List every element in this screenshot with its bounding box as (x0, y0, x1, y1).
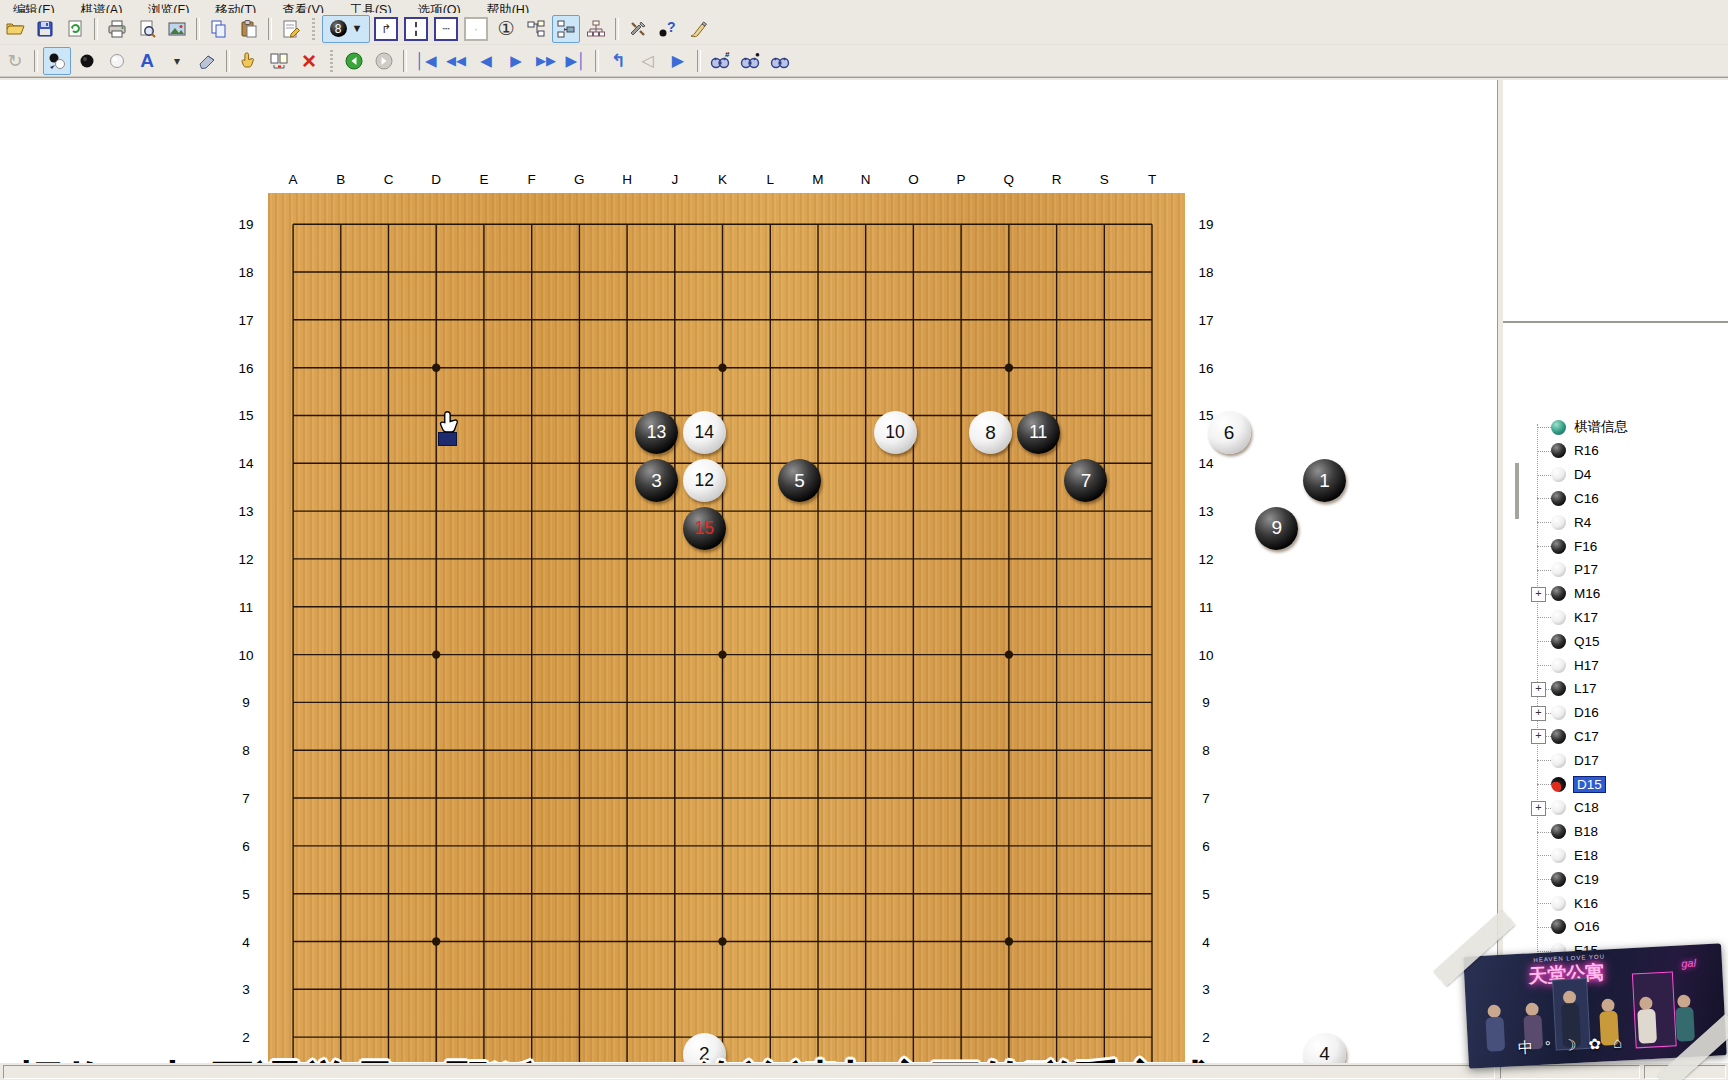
white-stone-icon (1551, 800, 1566, 815)
stone-d17[interactable]: 14 (683, 411, 726, 454)
toolbar-grip[interactable] (312, 18, 315, 40)
forward-circle-button-icon (374, 51, 394, 71)
white-stone-icon (1551, 467, 1566, 482)
coordinate-label: 14 (1198, 456, 1213, 471)
coordinate-label: 13 (238, 504, 253, 519)
coordinate-label: B (336, 172, 345, 187)
coordinate-label: 10 (1198, 647, 1213, 662)
tree-guide-line (1537, 546, 1551, 547)
tree-item-e18[interactable]: E18 (1551, 844, 1598, 866)
redo-button[interactable]: ↻ (1, 47, 29, 75)
move-number-value: 8 (330, 20, 347, 37)
stone-m16[interactable]: 7 (1064, 459, 1107, 502)
stone-d16[interactable]: 12 (683, 459, 726, 502)
tree-item-label: 棋谱信息 (1574, 418, 1628, 436)
auto-play-back-button[interactable]: ◁ (634, 47, 662, 75)
black-stone-tool-icon (77, 51, 97, 71)
copy-button[interactable] (205, 15, 233, 43)
pan-tool[interactable] (235, 47, 263, 75)
tree-item-c18[interactable]: C18 (1551, 797, 1599, 819)
tree-item-d16[interactable]: D16 (1551, 702, 1599, 724)
coordinate-label: 3 (242, 982, 250, 997)
nav-fast-back-button[interactable]: ◀◀ (442, 47, 470, 75)
coordinate-label: E (479, 172, 488, 187)
coordinate-label: 5 (1202, 886, 1210, 901)
save-button-icon (35, 19, 55, 39)
stone-c17[interactable]: 13 (635, 411, 678, 454)
coordinate-label: 9 (242, 695, 250, 710)
tree-guide-line (1537, 927, 1551, 928)
tree-guide-line (1537, 498, 1551, 499)
nav-back-button-icon: ◀ (480, 53, 492, 68)
work-area: 123456789101112131415 AABBCCDDEEFFGGHHJJ… (0, 77, 1728, 1063)
coordinate-label: 19 (1198, 217, 1213, 232)
board-pane[interactable]: 123456789101112131415 AABBCCDDEEFFGGHHJJ… (0, 80, 1497, 1063)
nav-fast-back-button-icon: ◀◀ (446, 54, 466, 67)
coordinate-label: K (718, 172, 727, 187)
nav-first-button-icon: │◀ (416, 53, 437, 68)
tree-guide-line (1537, 522, 1551, 523)
tree-item-label: B18 (1574, 824, 1598, 839)
svg-text:●: ● (755, 51, 760, 59)
tree-item-label: L17 (1574, 681, 1597, 696)
tree-item-label: P17 (1574, 562, 1598, 577)
black-stone-icon (1551, 919, 1566, 934)
white-stone-icon (1551, 896, 1566, 911)
tree-item-label: C19 (1574, 872, 1599, 887)
tree-item-o16[interactable]: O16 (1551, 916, 1600, 938)
nav-first-button[interactable]: │◀ (412, 47, 440, 75)
tree-item-q15[interactable]: Q15 (1551, 630, 1600, 652)
export-image-button[interactable] (163, 15, 191, 43)
coordinate-label: 6 (242, 838, 250, 853)
status-cell (3, 1065, 1495, 1079)
white-stone-icon (1551, 848, 1566, 863)
toolbar-separator (697, 50, 701, 72)
coordinate-label: 9 (1202, 695, 1210, 710)
go-editor-window: 编辑(E)棋谱(A)浏览(F)移动(T)查看(V)工具(S)选项(O)帮助(H)… (0, 0, 1728, 1080)
coordinate-label: 5 (242, 886, 250, 901)
svg-text:?: ? (667, 19, 676, 35)
toolbar-separator (94, 18, 98, 40)
coordinate-label: 2 (242, 1030, 250, 1045)
reload-sgf-button-icon (65, 19, 85, 39)
coordinate-label: L (766, 172, 774, 187)
show-next-move-button[interactable]: ↱ (372, 15, 400, 43)
coordinate-label: 12 (238, 551, 253, 566)
show-variation-button-icon (404, 17, 428, 41)
move-number: 5 (794, 470, 805, 492)
toolbar-separator (615, 18, 619, 40)
move-number: 9 (1272, 517, 1283, 539)
coordinate-label: D (431, 172, 441, 187)
nav-forward-button[interactable]: ▶ (502, 47, 530, 75)
move-number: 13 (647, 422, 666, 443)
menu-item[interactable]: 浏览(F) (135, 2, 202, 13)
black-stone-icon (1551, 491, 1566, 506)
coordinate-label: 17 (238, 312, 253, 327)
nav-back-button[interactable]: ◀ (472, 47, 500, 75)
coordinate-label: 7 (1202, 791, 1210, 806)
nav-last-button-icon: ▶│ (566, 53, 587, 68)
tree-guide-line (1537, 760, 1551, 761)
tree-item-r4[interactable]: R4 (1551, 511, 1591, 533)
move-number: 3 (651, 470, 662, 492)
find-button[interactable] (766, 47, 794, 75)
coordinate-label: 2 (1202, 1030, 1210, 1045)
black-stone-icon (1551, 824, 1566, 839)
tree-item-label: E18 (1574, 848, 1598, 863)
white-stone-icon (1551, 562, 1566, 577)
coordinate-label: 10 (238, 647, 253, 662)
coordinate-label: O (908, 172, 919, 187)
toolbar-separator (196, 18, 200, 40)
game-info-pane (1503, 80, 1728, 323)
tree-guide-line (1537, 475, 1551, 476)
copy-button-icon (209, 19, 229, 39)
tree-expand-button[interactable]: + (1531, 729, 1546, 744)
dropdown-caret-icon: ▼ (352, 23, 363, 34)
tree-item-r16[interactable]: R16 (1551, 440, 1599, 462)
white-stone-icon (1551, 515, 1566, 530)
menu-item[interactable]: 工具(S) (337, 2, 405, 13)
stone-q15[interactable]: 9 (1255, 507, 1298, 550)
status-cell (1500, 1065, 1640, 1079)
play-stone-tool[interactable] (43, 47, 71, 75)
play-stone-tool-icon (47, 51, 67, 71)
find-point-button[interactable]: ● (736, 47, 764, 75)
tree-item-label: D17 (1574, 753, 1599, 768)
coordinate-label: M (812, 172, 823, 187)
coordinate-label: 3 (1202, 982, 1210, 997)
stone-l17[interactable]: 11 (1017, 411, 1060, 454)
goban[interactable]: 123456789101112131415 (268, 193, 1185, 1063)
tree-guide-line (1537, 832, 1551, 833)
tree-layout-button[interactable] (582, 15, 610, 43)
tree-guide-line (1537, 451, 1551, 452)
tree-item-label: H17 (1574, 658, 1599, 673)
edit-brush-button[interactable] (684, 15, 712, 43)
eraser-tool-icon (197, 51, 217, 71)
tree-item-d4[interactable]: D4 (1551, 464, 1591, 486)
white-stone-icon (1551, 610, 1566, 625)
black-stone-icon (1551, 443, 1566, 458)
tree-item-d15[interactable]: D15 (1551, 773, 1606, 795)
show-next-move-button-icon: ↱ (374, 17, 398, 41)
tree-item-game-info[interactable]: 棋谱信息 (1551, 416, 1628, 438)
menu-item[interactable]: 查看(V) (269, 2, 337, 13)
toolbar-separator (595, 50, 599, 72)
tree-item-label: D16 (1574, 705, 1599, 720)
tree-item-c17[interactable]: C17 (1551, 725, 1599, 747)
paste-button-icon (239, 19, 259, 39)
coordinate-label: 7 (242, 791, 250, 806)
coordinate-label: 17 (1198, 312, 1213, 327)
tree-insert-button[interactable] (552, 15, 580, 43)
save-button[interactable] (31, 15, 59, 43)
move-number: 15 (694, 518, 713, 539)
auto-play-back-button-icon: ◁ (642, 53, 654, 69)
tree-item-c16[interactable]: C16 (1551, 487, 1599, 509)
tree-item-label: R16 (1574, 443, 1599, 458)
reload-sgf-button[interactable] (61, 15, 89, 43)
label-tool[interactable]: A (133, 47, 161, 75)
move-number: 4 (1319, 1043, 1330, 1063)
tree-item-k16[interactable]: K16 (1551, 892, 1598, 914)
tools-button[interactable] (624, 15, 652, 43)
toolbar-separator (34, 50, 38, 72)
move-number: 1 (1319, 470, 1330, 492)
move-number-display-button[interactable]: 8▼ (322, 15, 370, 43)
menu-item[interactable]: 选项(O) (405, 2, 474, 13)
coordinate-label: P (957, 172, 966, 187)
coordinate-label: J (671, 172, 678, 187)
tree-item-k17[interactable]: K17 (1551, 606, 1598, 628)
current-move-icon (1551, 777, 1566, 792)
tree-guide-line (1537, 427, 1551, 428)
pan-tool-icon (239, 51, 259, 71)
number-one-button-icon: ① (497, 19, 514, 38)
toolbar-grip[interactable] (330, 50, 333, 72)
coordinate-label: 4 (242, 934, 250, 949)
show-marks-button-icon: · (464, 17, 488, 41)
menu-item[interactable]: 棋谱(A) (68, 2, 136, 13)
tree-expand-button[interactable]: + (1531, 801, 1546, 816)
coordinate-label: 16 (238, 360, 253, 375)
open-file-button-icon (5, 19, 25, 39)
stone-r4[interactable]: 4 (1303, 1033, 1346, 1063)
context-help-button-icon: ? (658, 19, 678, 39)
tree-item-f16[interactable]: F16 (1551, 535, 1597, 557)
edit-brush-button-icon (688, 19, 708, 39)
tree-guide-line (1537, 903, 1551, 904)
tree-item-label: K17 (1574, 610, 1598, 625)
coordinate-label: R (1052, 172, 1062, 187)
copy-variation-button-icon (269, 51, 289, 71)
coordinate-label: 15 (238, 408, 253, 423)
coordinate-label: H (622, 172, 632, 187)
delete-move-button-icon: × (302, 49, 316, 73)
cursor-hand-icon (438, 410, 462, 440)
tree-item-label: M16 (1574, 586, 1600, 601)
paste-button[interactable] (235, 15, 263, 43)
white-stone-icon (1551, 658, 1566, 673)
show-sibling-button-icon: ┄ (434, 17, 458, 41)
coordinate-label: A (289, 172, 298, 187)
show-variation-button[interactable] (402, 15, 430, 43)
white-stone-tool[interactable] (103, 47, 131, 75)
game-info-icon (1551, 420, 1566, 435)
auto-play-button[interactable]: ▶ (664, 47, 692, 75)
white-stone-icon (1551, 753, 1566, 768)
forward-circle-button[interactable] (370, 47, 398, 75)
menu-item[interactable]: 编辑(E) (0, 2, 68, 13)
tree-guide-line (1537, 855, 1551, 856)
find-move-number-button[interactable]: # (706, 47, 734, 75)
banner-text: 招收1对1网课学员（野狐1-8d)，咨询请加主页的联系方式 (16, 1052, 1215, 1063)
tree-guide-line (1537, 570, 1551, 571)
coordinate-label: 11 (239, 599, 253, 614)
tree-view-button-icon (526, 19, 546, 39)
coordinate-label: 18 (238, 265, 253, 280)
tree-item-label: D4 (1574, 467, 1591, 482)
menu-bar: 编辑(E)棋谱(A)浏览(F)移动(T)查看(V)工具(S)选项(O)帮助(H) (0, 0, 1728, 13)
stone-f16[interactable]: 5 (778, 459, 821, 502)
menu-item[interactable]: 移动(T) (202, 2, 269, 13)
move-number: 6 (1224, 422, 1235, 444)
toolbar-separator (226, 50, 230, 72)
print-button-icon (107, 19, 127, 39)
coordinate-label: 8 (1202, 743, 1210, 758)
stone-c16[interactable]: 3 (635, 459, 678, 502)
tree-view-button[interactable] (522, 15, 550, 43)
black-stone-icon (1551, 681, 1566, 696)
show-sibling-button[interactable]: ┄ (432, 15, 460, 43)
coordinate-label: 8 (242, 743, 250, 758)
black-stone-icon (1551, 729, 1566, 744)
white-stone-tool-icon (107, 51, 127, 71)
redo-button-icon: ↻ (7, 52, 22, 70)
black-stone-icon (1551, 634, 1566, 649)
tree-item-label: O16 (1574, 919, 1600, 934)
coordinate-label: S (1100, 172, 1109, 187)
move-number: 11 (1029, 422, 1047, 443)
nav-fast-forward-button[interactable]: ▶▶ (532, 47, 560, 75)
print-button[interactable] (103, 15, 131, 43)
coordinate-label: 4 (1202, 934, 1210, 949)
label-tool-caret-icon: ▾ (174, 55, 180, 67)
nav-last-button[interactable]: ▶│ (562, 47, 590, 75)
tree-item-label: C16 (1574, 491, 1599, 506)
tree-item-c19[interactable]: C19 (1551, 868, 1599, 890)
coordinate-label: 19 (238, 217, 253, 232)
number-one-button[interactable]: ① (492, 15, 520, 43)
coordinate-label: 13 (1198, 504, 1213, 519)
tree-expand-button[interactable]: + (1531, 682, 1546, 697)
coordinate-label: 11 (1199, 599, 1213, 614)
coordinate-label: G (574, 172, 585, 187)
tree-item-label: C17 (1574, 729, 1599, 744)
board-grid[interactable]: 123456789101112131415 (537, 313, 1444, 1063)
back-circle-button-icon (344, 51, 364, 71)
eraser-tool[interactable] (193, 47, 221, 75)
label-tool-caret[interactable]: ▾ (163, 47, 191, 75)
tree-item-label: R4 (1574, 515, 1591, 530)
branch-up-button-icon: ↰ (610, 52, 625, 70)
toolbar-navigation: ↻A▾×│◀◀◀◀▶▶▶▶│↰◁▶#● (0, 45, 1728, 77)
svg-text:#: # (725, 51, 730, 59)
toolbar-standard: 8▼↱┄·①? (0, 13, 1728, 45)
white-stone-icon (1551, 705, 1566, 720)
tree-item-p17[interactable]: P17 (1551, 559, 1598, 581)
tree-guide-line (1537, 665, 1551, 666)
game-properties-button[interactable] (277, 15, 305, 43)
stone-k17[interactable]: 8 (969, 411, 1012, 454)
tree-expand-button[interactable]: + (1531, 706, 1546, 721)
label-tool-icon: A (140, 51, 154, 70)
coordinate-label: 14 (238, 456, 253, 471)
black-stone-icon (1551, 872, 1566, 887)
tree-item-label: C18 (1574, 800, 1599, 815)
move-number: 8 (985, 422, 996, 444)
stone-p17[interactable]: 6 (1208, 411, 1251, 454)
print-preview-button-icon (137, 19, 157, 39)
coordinate-label: C (384, 172, 394, 187)
back-circle-button[interactable] (340, 47, 368, 75)
tree-item-label: D15 (1573, 776, 1606, 793)
tree-guide-line (1537, 617, 1551, 618)
tree-item-label: K16 (1574, 896, 1598, 911)
coordinate-label: 12 (1198, 551, 1213, 566)
tree-item-m16[interactable]: M16 (1551, 583, 1600, 605)
coordinate-label: Q (1004, 172, 1015, 187)
print-preview-button[interactable] (133, 15, 161, 43)
stone-d15[interactable]: 15 (683, 507, 726, 550)
tree-scrollbar-thumb[interactable] (1515, 463, 1519, 519)
menu-item[interactable]: 帮助(H) (474, 2, 542, 13)
coordinate-label: T (1148, 172, 1156, 187)
tree-layout-button-icon (586, 19, 606, 39)
tree-expand-button[interactable]: + (1531, 587, 1546, 602)
find-point-button-icon: ● (740, 51, 760, 71)
stone-h17[interactable]: 10 (874, 411, 917, 454)
tree-item-label: F16 (1574, 539, 1597, 554)
coordinate-label: 16 (1198, 360, 1213, 375)
branch-up-button[interactable]: ↰ (604, 47, 632, 75)
move-number: 10 (885, 422, 904, 443)
move-number: 7 (1081, 470, 1092, 492)
tree-insert-button-icon (556, 19, 576, 39)
delete-move-button[interactable]: × (295, 47, 323, 75)
find-button-icon (770, 51, 790, 71)
toolbar-separator (268, 18, 272, 40)
game-properties-button-icon (281, 19, 301, 39)
move-number: 14 (694, 422, 713, 443)
nav-forward-button-icon: ▶ (510, 53, 522, 68)
tree-item-label: Q15 (1574, 634, 1600, 649)
toolbar-separator (403, 50, 407, 72)
black-stone-icon (1551, 586, 1566, 601)
nav-fast-forward-button-icon: ▶▶ (536, 54, 556, 67)
tools-button-icon (628, 19, 648, 39)
move-number: 12 (694, 470, 713, 491)
open-file-button[interactable] (1, 15, 29, 43)
export-image-button-icon (167, 19, 187, 39)
coordinate-label: 18 (1198, 265, 1213, 280)
copy-variation-button[interactable] (265, 47, 293, 75)
stone-r16[interactable]: 1 (1303, 459, 1346, 502)
tree-guide-line (1537, 879, 1551, 880)
tree-guide-line (1537, 784, 1551, 785)
tree-item-l17[interactable]: L17 (1551, 678, 1597, 700)
context-help-button[interactable]: ? (654, 15, 682, 43)
show-marks-button[interactable]: · (462, 15, 490, 43)
tree-item-d17[interactable]: D17 (1551, 749, 1599, 771)
coordinate-label: 6 (1202, 838, 1210, 853)
tree-item-h17[interactable]: H17 (1551, 654, 1599, 676)
black-stone-tool[interactable] (73, 47, 101, 75)
tree-guide-line (1537, 641, 1551, 642)
coordinate-label: N (861, 172, 871, 187)
black-stone-icon (1551, 539, 1566, 554)
coordinate-label: F (528, 172, 536, 187)
find-move-number-button-icon: # (710, 51, 730, 71)
tree-item-b18[interactable]: B18 (1551, 821, 1598, 843)
auto-play-button-icon: ▶ (672, 53, 684, 69)
